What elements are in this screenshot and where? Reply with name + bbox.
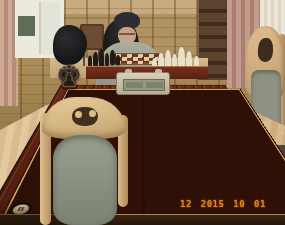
clock-time-left (126, 82, 143, 88)
chair-left (40, 93, 132, 225)
mini-piece (110, 50, 115, 65)
chair-crest-carving (75, 111, 82, 118)
chair-cushion (53, 135, 117, 225)
clock-lcd (123, 79, 165, 91)
player-beard (120, 40, 134, 47)
chess-clock (116, 72, 170, 95)
mini-piece (116, 55, 120, 65)
clock-button (155, 69, 162, 73)
camera-date-stamp: 12 2015 10 01 (180, 198, 285, 212)
black-pawn: ♟ (60, 72, 77, 89)
clock-button (125, 69, 132, 73)
photo-chess-scene: ♜♟♟♜♞♟♟♞♝♟♟♝♚♟♟♚♛♟♟♛♝♟♟♝♞♟♟♞♜♟♟♜ 1234567… (0, 0, 285, 225)
player-glasses (119, 33, 135, 35)
clock-time-right (146, 82, 163, 88)
mini-piece (93, 52, 98, 67)
window-pane (18, 16, 35, 36)
chair-crest-carving (89, 110, 96, 117)
mini-piece (105, 53, 109, 66)
